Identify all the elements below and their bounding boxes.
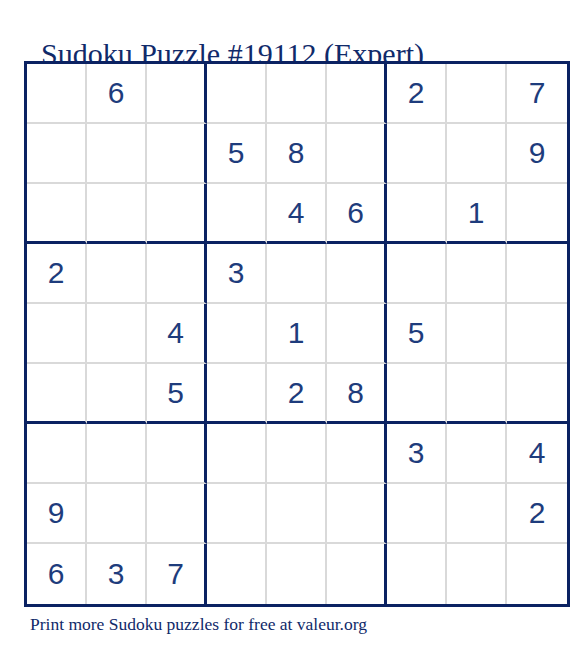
cell-r8c2-empty bbox=[87, 484, 147, 544]
cell-r7c8-empty bbox=[447, 424, 507, 484]
cell-r7c4-empty bbox=[207, 424, 267, 484]
cell-r5c5-given: 1 bbox=[267, 304, 327, 364]
cell-r2c7-empty bbox=[387, 124, 447, 184]
cell-r9c4-empty bbox=[207, 544, 267, 604]
cell-r2c1-empty bbox=[27, 124, 87, 184]
cell-r2c9-given: 9 bbox=[507, 124, 567, 184]
cell-r1c1-empty bbox=[27, 64, 87, 124]
cell-r1c4-empty bbox=[207, 64, 267, 124]
cell-r4c1-given: 2 bbox=[27, 244, 87, 304]
cell-r3c9-empty bbox=[507, 184, 567, 244]
cell-r4c9-empty bbox=[507, 244, 567, 304]
cell-r3c3-empty bbox=[147, 184, 207, 244]
cell-r6c8-empty bbox=[447, 364, 507, 424]
cell-r7c2-empty bbox=[87, 424, 147, 484]
cell-r8c9-given: 2 bbox=[507, 484, 567, 544]
cell-r7c7-given: 3 bbox=[387, 424, 447, 484]
cell-r5c3-given: 4 bbox=[147, 304, 207, 364]
cell-r1c2-given: 6 bbox=[87, 64, 147, 124]
sudoku-grid: 627589461234155283492637 bbox=[24, 61, 570, 607]
cell-r7c3-empty bbox=[147, 424, 207, 484]
footer-text: Print more Sudoku puzzles for free at va… bbox=[30, 614, 367, 635]
cell-r4c4-given: 3 bbox=[207, 244, 267, 304]
cell-r8c7-empty bbox=[387, 484, 447, 544]
cell-r9c6-empty bbox=[327, 544, 387, 604]
cell-r3c2-empty bbox=[87, 184, 147, 244]
cell-r2c2-empty bbox=[87, 124, 147, 184]
cell-r6c3-given: 5 bbox=[147, 364, 207, 424]
cell-r1c9-given: 7 bbox=[507, 64, 567, 124]
cell-r9c8-empty bbox=[447, 544, 507, 604]
cell-r7c6-empty bbox=[327, 424, 387, 484]
cell-r2c4-given: 5 bbox=[207, 124, 267, 184]
cell-r6c2-empty bbox=[87, 364, 147, 424]
cell-r6c7-empty bbox=[387, 364, 447, 424]
cell-r4c3-empty bbox=[147, 244, 207, 304]
cell-r1c3-empty bbox=[147, 64, 207, 124]
cell-r9c7-empty bbox=[387, 544, 447, 604]
cell-r5c2-empty bbox=[87, 304, 147, 364]
cell-r4c5-empty bbox=[267, 244, 327, 304]
cell-r8c6-empty bbox=[327, 484, 387, 544]
cell-r8c5-empty bbox=[267, 484, 327, 544]
page: { "game": "sudoku", "title": "Sudoku Puz… bbox=[0, 0, 580, 651]
cell-r7c1-empty bbox=[27, 424, 87, 484]
cell-r5c7-given: 5 bbox=[387, 304, 447, 364]
cell-r8c3-empty bbox=[147, 484, 207, 544]
cell-r3c8-given: 1 bbox=[447, 184, 507, 244]
cell-r2c8-empty bbox=[447, 124, 507, 184]
cell-r6c9-empty bbox=[507, 364, 567, 424]
cell-r2c5-given: 8 bbox=[267, 124, 327, 184]
cell-r8c4-empty bbox=[207, 484, 267, 544]
cell-r5c9-empty bbox=[507, 304, 567, 364]
cell-r1c6-empty bbox=[327, 64, 387, 124]
cell-r2c3-empty bbox=[147, 124, 207, 184]
cell-r3c4-empty bbox=[207, 184, 267, 244]
cell-r4c7-empty bbox=[387, 244, 447, 304]
cell-r9c2-given: 3 bbox=[87, 544, 147, 604]
cell-r4c6-empty bbox=[327, 244, 387, 304]
cell-r3c1-empty bbox=[27, 184, 87, 244]
cell-r8c1-given: 9 bbox=[27, 484, 87, 544]
cell-r5c1-empty bbox=[27, 304, 87, 364]
cell-r8c8-empty bbox=[447, 484, 507, 544]
cell-r3c6-given: 6 bbox=[327, 184, 387, 244]
cell-r1c5-empty bbox=[267, 64, 327, 124]
cell-r9c1-given: 6 bbox=[27, 544, 87, 604]
cell-r6c5-given: 2 bbox=[267, 364, 327, 424]
cell-r5c6-empty bbox=[327, 304, 387, 364]
cell-r6c6-given: 8 bbox=[327, 364, 387, 424]
cell-r1c7-given: 2 bbox=[387, 64, 447, 124]
cell-r1c8-empty bbox=[447, 64, 507, 124]
cell-r5c8-empty bbox=[447, 304, 507, 364]
cell-r4c8-empty bbox=[447, 244, 507, 304]
cell-r9c9-empty bbox=[507, 544, 567, 604]
cell-r2c6-empty bbox=[327, 124, 387, 184]
cell-r3c7-empty bbox=[387, 184, 447, 244]
cell-r7c5-empty bbox=[267, 424, 327, 484]
cell-r4c2-empty bbox=[87, 244, 147, 304]
cell-r7c9-given: 4 bbox=[507, 424, 567, 484]
cell-r9c5-empty bbox=[267, 544, 327, 604]
cell-r6c1-empty bbox=[27, 364, 87, 424]
cell-r5c4-empty bbox=[207, 304, 267, 364]
cell-r3c5-given: 4 bbox=[267, 184, 327, 244]
cell-r6c4-empty bbox=[207, 364, 267, 424]
cell-r9c3-given: 7 bbox=[147, 544, 207, 604]
